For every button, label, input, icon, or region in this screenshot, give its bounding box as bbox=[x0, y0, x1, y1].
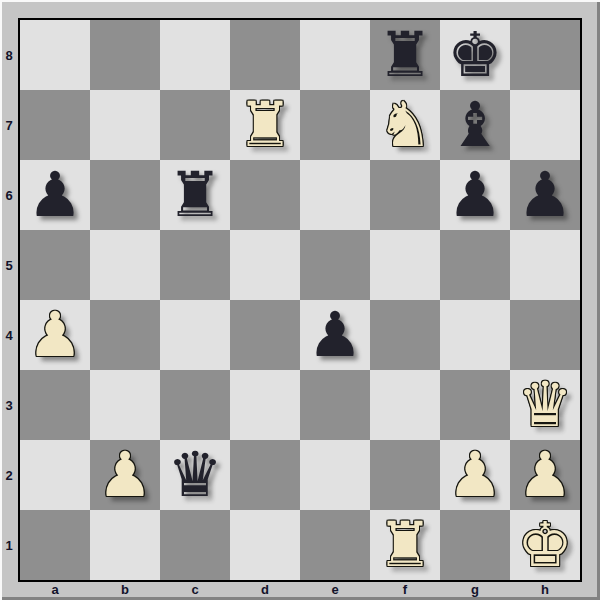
square-d3[interactable] bbox=[230, 370, 300, 440]
piece-black-queen[interactable]: ♛ bbox=[167, 440, 223, 510]
piece-white-queen[interactable]: ♛ bbox=[517, 370, 573, 440]
square-b6[interactable] bbox=[90, 160, 160, 230]
square-d4[interactable] bbox=[230, 300, 300, 370]
square-d2[interactable] bbox=[230, 440, 300, 510]
piece-white-king[interactable]: ♚ bbox=[517, 510, 573, 580]
square-f6[interactable] bbox=[370, 160, 440, 230]
square-c7[interactable] bbox=[160, 90, 230, 160]
file-label-e: e bbox=[300, 581, 370, 598]
square-f1[interactable]: ♜ bbox=[370, 510, 440, 580]
square-h1[interactable]: ♚ bbox=[510, 510, 580, 580]
piece-white-rook[interactable]: ♜ bbox=[377, 510, 433, 580]
square-c8[interactable] bbox=[160, 20, 230, 90]
piece-white-pawn[interactable]: ♟ bbox=[97, 440, 153, 510]
square-h6[interactable]: ♟ bbox=[510, 160, 580, 230]
square-g7[interactable]: ♝ bbox=[440, 90, 510, 160]
file-label-c: c bbox=[160, 581, 230, 598]
square-g1[interactable] bbox=[440, 510, 510, 580]
square-h4[interactable] bbox=[510, 300, 580, 370]
square-f2[interactable] bbox=[370, 440, 440, 510]
file-labels: abcdefgh bbox=[20, 581, 580, 598]
square-g4[interactable] bbox=[440, 300, 510, 370]
square-f7[interactable]: ♞ bbox=[370, 90, 440, 160]
square-h3[interactable]: ♛ bbox=[510, 370, 580, 440]
square-b5[interactable] bbox=[90, 230, 160, 300]
piece-black-king[interactable]: ♚ bbox=[447, 20, 503, 90]
square-e3[interactable] bbox=[300, 370, 370, 440]
square-h2[interactable]: ♟ bbox=[510, 440, 580, 510]
square-e2[interactable] bbox=[300, 440, 370, 510]
square-e7[interactable] bbox=[300, 90, 370, 160]
square-b4[interactable] bbox=[90, 300, 160, 370]
rank-label-4: 4 bbox=[0, 300, 18, 370]
piece-white-pawn[interactable]: ♟ bbox=[447, 440, 503, 510]
square-f3[interactable] bbox=[370, 370, 440, 440]
square-b2[interactable]: ♟ bbox=[90, 440, 160, 510]
square-c4[interactable] bbox=[160, 300, 230, 370]
square-g8[interactable]: ♚ bbox=[440, 20, 510, 90]
piece-black-pawn[interactable]: ♟ bbox=[517, 160, 573, 230]
square-h5[interactable] bbox=[510, 230, 580, 300]
file-label-h: h bbox=[510, 581, 580, 598]
piece-white-pawn[interactable]: ♟ bbox=[27, 300, 83, 370]
square-d5[interactable] bbox=[230, 230, 300, 300]
square-g6[interactable]: ♟ bbox=[440, 160, 510, 230]
square-e4[interactable]: ♟ bbox=[300, 300, 370, 370]
chess-board[interactable]: ♜♚♜♞♝♟♜♟♟♟♟♛♟♛♟♟♜♚ bbox=[18, 18, 582, 582]
square-a4[interactable]: ♟ bbox=[20, 300, 90, 370]
square-b8[interactable] bbox=[90, 20, 160, 90]
square-b3[interactable] bbox=[90, 370, 160, 440]
rank-label-1: 1 bbox=[0, 510, 18, 580]
rank-label-8: 8 bbox=[0, 20, 18, 90]
piece-white-knight[interactable]: ♞ bbox=[377, 90, 433, 160]
piece-black-rook[interactable]: ♜ bbox=[167, 160, 223, 230]
square-c2[interactable]: ♛ bbox=[160, 440, 230, 510]
square-b1[interactable] bbox=[90, 510, 160, 580]
rank-labels: 87654321 bbox=[0, 20, 18, 580]
square-d8[interactable] bbox=[230, 20, 300, 90]
file-label-f: f bbox=[370, 581, 440, 598]
square-a5[interactable] bbox=[20, 230, 90, 300]
square-c1[interactable] bbox=[160, 510, 230, 580]
square-c3[interactable] bbox=[160, 370, 230, 440]
square-a6[interactable]: ♟ bbox=[20, 160, 90, 230]
square-b7[interactable] bbox=[90, 90, 160, 160]
square-d7[interactable]: ♜ bbox=[230, 90, 300, 160]
square-a3[interactable] bbox=[20, 370, 90, 440]
piece-black-pawn[interactable]: ♟ bbox=[27, 160, 83, 230]
square-a8[interactable] bbox=[20, 20, 90, 90]
file-label-a: a bbox=[20, 581, 90, 598]
square-a2[interactable] bbox=[20, 440, 90, 510]
square-e5[interactable] bbox=[300, 230, 370, 300]
rank-label-5: 5 bbox=[0, 230, 18, 300]
piece-black-pawn[interactable]: ♟ bbox=[307, 300, 363, 370]
board-frame: 87654321 ♜♚♜♞♝♟♜♟♟♟♟♛♟♛♟♟♜♚ abcdefgh bbox=[0, 0, 600, 600]
square-e6[interactable] bbox=[300, 160, 370, 230]
square-c6[interactable]: ♜ bbox=[160, 160, 230, 230]
square-f5[interactable] bbox=[370, 230, 440, 300]
square-g3[interactable] bbox=[440, 370, 510, 440]
square-h7[interactable] bbox=[510, 90, 580, 160]
square-e1[interactable] bbox=[300, 510, 370, 580]
piece-black-bishop[interactable]: ♝ bbox=[447, 90, 503, 160]
rank-label-3: 3 bbox=[0, 370, 18, 440]
square-d1[interactable] bbox=[230, 510, 300, 580]
square-a7[interactable] bbox=[20, 90, 90, 160]
piece-white-pawn[interactable]: ♟ bbox=[517, 440, 573, 510]
square-g5[interactable] bbox=[440, 230, 510, 300]
file-label-g: g bbox=[440, 581, 510, 598]
square-c5[interactable] bbox=[160, 230, 230, 300]
rank-label-2: 2 bbox=[0, 440, 18, 510]
piece-black-rook[interactable]: ♜ bbox=[377, 20, 433, 90]
piece-black-pawn[interactable]: ♟ bbox=[447, 160, 503, 230]
square-d6[interactable] bbox=[230, 160, 300, 230]
square-f8[interactable]: ♜ bbox=[370, 20, 440, 90]
square-g2[interactable]: ♟ bbox=[440, 440, 510, 510]
file-label-b: b bbox=[90, 581, 160, 598]
rank-label-7: 7 bbox=[0, 90, 18, 160]
square-h8[interactable] bbox=[510, 20, 580, 90]
square-f4[interactable] bbox=[370, 300, 440, 370]
rank-label-6: 6 bbox=[0, 160, 18, 230]
piece-white-rook[interactable]: ♜ bbox=[237, 90, 293, 160]
square-e8[interactable] bbox=[300, 20, 370, 90]
square-a1[interactable] bbox=[20, 510, 90, 580]
file-label-d: d bbox=[230, 581, 300, 598]
